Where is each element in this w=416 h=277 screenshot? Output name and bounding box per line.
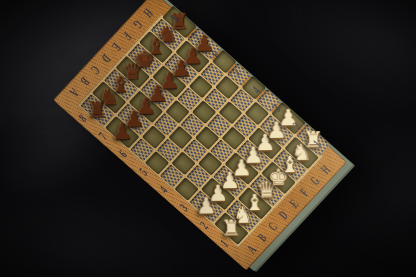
scene: ABCDEFGH ABCDEFGH 87654321 87654321 ♜♞♝♛… <box>0 0 416 277</box>
chess-board: ABCDEFGH ABCDEFGH 87654321 87654321 ♜♞♝♛… <box>53 0 347 271</box>
